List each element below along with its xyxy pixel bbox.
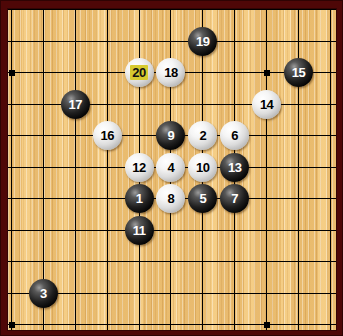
- intersection[interactable]: [283, 309, 315, 330]
- intersection[interactable]: [8, 246, 27, 278]
- intersection[interactable]: [219, 25, 251, 57]
- intersection[interactable]: [155, 214, 187, 246]
- stone-white-16: 16: [93, 121, 122, 150]
- move-number: 13: [228, 161, 241, 174]
- move-number: 19: [196, 35, 209, 48]
- intersection[interactable]: [91, 214, 123, 246]
- intersection[interactable]: [155, 246, 187, 278]
- intersection[interactable]: 6: [219, 120, 251, 152]
- stone-black-7: 7: [220, 184, 249, 213]
- intersection[interactable]: [314, 183, 336, 215]
- intersection[interactable]: [59, 309, 91, 330]
- intersection-star-point[interactable]: [251, 309, 283, 330]
- move-number: 8: [168, 192, 175, 205]
- intersection[interactable]: 18: [155, 57, 187, 89]
- intersection[interactable]: 4: [155, 151, 187, 183]
- move-number: 14: [260, 98, 273, 111]
- intersection[interactable]: [187, 57, 219, 89]
- intersection[interactable]: [27, 309, 59, 330]
- intersection[interactable]: [219, 214, 251, 246]
- intersection[interactable]: [91, 246, 123, 278]
- intersection[interactable]: [283, 183, 315, 215]
- stone-white-18: 18: [156, 58, 185, 87]
- intersection[interactable]: [187, 246, 219, 278]
- intersection[interactable]: [251, 120, 283, 152]
- intersection[interactable]: [59, 9, 91, 25]
- intersection[interactable]: [187, 9, 219, 25]
- move-number: 15: [292, 66, 305, 79]
- move-number: 16: [100, 129, 113, 142]
- intersection[interactable]: [251, 246, 283, 278]
- intersection[interactable]: [123, 309, 155, 330]
- intersection[interactable]: 12: [123, 151, 155, 183]
- intersection[interactable]: [219, 246, 251, 278]
- intersection[interactable]: 8: [155, 183, 187, 215]
- intersection[interactable]: [314, 120, 336, 152]
- intersection[interactable]: [91, 151, 123, 183]
- intersection[interactable]: [187, 309, 219, 330]
- intersection[interactable]: [155, 9, 187, 25]
- move-number-last-move: 20: [130, 65, 147, 80]
- move-number: 1: [136, 192, 143, 205]
- move-number: 2: [199, 129, 206, 142]
- intersection[interactable]: [219, 9, 251, 25]
- intersection[interactable]: [314, 57, 336, 89]
- move-number: 4: [168, 161, 175, 174]
- intersection[interactable]: [27, 57, 59, 89]
- intersection[interactable]: [27, 214, 59, 246]
- stone-black-9: 9: [156, 121, 185, 150]
- intersection[interactable]: [123, 246, 155, 278]
- stone-black-1: 1: [125, 184, 154, 213]
- intersection[interactable]: [314, 88, 336, 120]
- stone-black-5: 5: [188, 184, 217, 213]
- intersection[interactable]: [8, 120, 27, 152]
- intersection[interactable]: [8, 214, 27, 246]
- intersection[interactable]: [155, 25, 187, 57]
- stone-white-8: 8: [156, 184, 185, 213]
- intersection[interactable]: [8, 277, 27, 309]
- intersection[interactable]: [155, 277, 187, 309]
- intersection[interactable]: [251, 183, 283, 215]
- move-number: 12: [132, 161, 145, 174]
- intersection[interactable]: [91, 9, 123, 25]
- intersection[interactable]: [251, 277, 283, 309]
- screenshot-root: 1920181517141692612410131857113: [0, 0, 343, 336]
- intersection[interactable]: [283, 277, 315, 309]
- intersection[interactable]: [155, 309, 187, 330]
- intersection[interactable]: [59, 246, 91, 278]
- intersection[interactable]: [123, 120, 155, 152]
- intersection[interactable]: [27, 9, 59, 25]
- move-number: 5: [199, 192, 206, 205]
- intersection[interactable]: [283, 88, 315, 120]
- intersection[interactable]: [123, 9, 155, 25]
- intersection[interactable]: [91, 309, 123, 330]
- intersection[interactable]: [27, 88, 59, 120]
- move-number: 10: [196, 161, 209, 174]
- intersection[interactable]: 9: [155, 120, 187, 152]
- intersection[interactable]: [8, 88, 27, 120]
- intersection[interactable]: 19: [187, 25, 219, 57]
- grid: 1920181517141692612410131857113: [8, 9, 336, 330]
- move-number: 17: [69, 98, 82, 111]
- intersection-star-point[interactable]: [251, 57, 283, 89]
- intersection[interactable]: 11: [123, 214, 155, 246]
- intersection[interactable]: 2: [187, 120, 219, 152]
- goban: 1920181517141692612410131857113: [8, 9, 336, 330]
- intersection[interactable]: 5: [187, 183, 219, 215]
- intersection[interactable]: [27, 246, 59, 278]
- intersection[interactable]: [219, 277, 251, 309]
- stone-black-11: 11: [125, 216, 154, 245]
- intersection[interactable]: 3: [27, 277, 59, 309]
- intersection[interactable]: [314, 277, 336, 309]
- intersection[interactable]: [123, 277, 155, 309]
- move-number: 18: [164, 66, 177, 79]
- intersection[interactable]: [91, 88, 123, 120]
- move-number: 3: [40, 287, 47, 300]
- intersection[interactable]: [91, 183, 123, 215]
- move-number: 11: [133, 224, 146, 237]
- intersection[interactable]: [283, 120, 315, 152]
- intersection[interactable]: [187, 214, 219, 246]
- intersection[interactable]: [27, 25, 59, 57]
- intersection[interactable]: [187, 88, 219, 120]
- intersection[interactable]: 14: [251, 88, 283, 120]
- intersection[interactable]: 13: [219, 151, 251, 183]
- intersection[interactable]: [155, 88, 187, 120]
- intersection[interactable]: [314, 309, 336, 330]
- intersection[interactable]: [59, 151, 91, 183]
- move-number: 6: [231, 129, 238, 142]
- intersection[interactable]: [27, 151, 59, 183]
- stone-white-4: 4: [156, 153, 185, 182]
- intersection[interactable]: 20: [123, 57, 155, 89]
- intersection[interactable]: [59, 25, 91, 57]
- intersection[interactable]: [8, 9, 27, 25]
- intersection[interactable]: [59, 277, 91, 309]
- intersection[interactable]: [283, 151, 315, 183]
- stone-black-15: 15: [284, 58, 313, 87]
- intersection[interactable]: [251, 214, 283, 246]
- intersection[interactable]: [251, 151, 283, 183]
- intersection[interactable]: [314, 151, 336, 183]
- stone-black-3: 3: [29, 279, 58, 308]
- intersection[interactable]: 7: [219, 183, 251, 215]
- stone-white-6: 6: [220, 121, 249, 150]
- intersection[interactable]: [219, 309, 251, 330]
- intersection[interactable]: [59, 214, 91, 246]
- intersection[interactable]: 10: [187, 151, 219, 183]
- intersection[interactable]: [27, 120, 59, 152]
- intersection[interactable]: [283, 246, 315, 278]
- intersection[interactable]: 15: [283, 57, 315, 89]
- intersection[interactable]: [283, 25, 315, 57]
- board-frame: 1920181517141692612410131857113: [0, 0, 343, 336]
- intersection[interactable]: [251, 9, 283, 25]
- intersection[interactable]: [91, 25, 123, 57]
- intersection[interactable]: [219, 57, 251, 89]
- intersection[interactable]: [123, 25, 155, 57]
- intersection[interactable]: [59, 57, 91, 89]
- stone-white-20: 20: [125, 58, 154, 87]
- intersection[interactable]: [59, 183, 91, 215]
- move-number: 9: [168, 129, 175, 142]
- intersection[interactable]: [314, 214, 336, 246]
- intersection[interactable]: [314, 246, 336, 278]
- stone-white-10: 10: [188, 153, 217, 182]
- intersection[interactable]: [91, 57, 123, 89]
- intersection[interactable]: 1: [123, 183, 155, 215]
- intersection[interactable]: [27, 183, 59, 215]
- intersection-star-point[interactable]: [8, 57, 27, 89]
- intersection[interactable]: [123, 88, 155, 120]
- stone-white-2: 2: [188, 121, 217, 150]
- intersection[interactable]: 16: [91, 120, 123, 152]
- intersection[interactable]: [91, 277, 123, 309]
- intersection[interactable]: [187, 277, 219, 309]
- intersection[interactable]: [314, 25, 336, 57]
- stone-black-13: 13: [220, 153, 249, 182]
- move-number: 7: [231, 192, 238, 205]
- intersection[interactable]: [8, 183, 27, 215]
- intersection[interactable]: [219, 88, 251, 120]
- intersection[interactable]: [8, 25, 27, 57]
- intersection[interactable]: [8, 151, 27, 183]
- stone-white-12: 12: [125, 153, 154, 182]
- intersection[interactable]: [251, 25, 283, 57]
- stone-black-17: 17: [61, 90, 90, 119]
- intersection[interactable]: [314, 9, 336, 25]
- intersection[interactable]: 17: [59, 88, 91, 120]
- intersection-star-point[interactable]: [8, 309, 27, 330]
- intersection[interactable]: [59, 120, 91, 152]
- stone-white-14: 14: [252, 90, 281, 119]
- intersection[interactable]: [283, 214, 315, 246]
- intersection[interactable]: [283, 9, 315, 25]
- stone-black-19: 19: [188, 27, 217, 56]
